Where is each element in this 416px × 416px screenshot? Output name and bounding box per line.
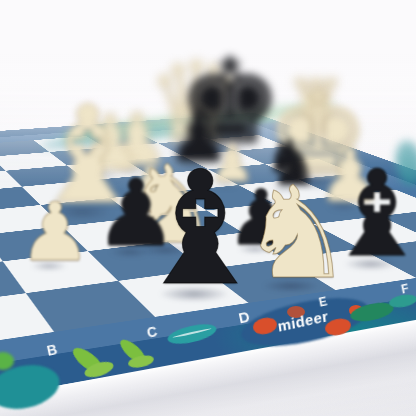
chess-product-photo: BCDEF mideer ♝♞♞♟♟♟♝♝♟♟♟♟♛♚♟♞♚♜♟ xyxy=(0,0,416,416)
black-bishop-d3[interactable]: ♝ xyxy=(130,150,271,307)
white-pawn-b4[interactable]: ♟ xyxy=(19,192,92,273)
